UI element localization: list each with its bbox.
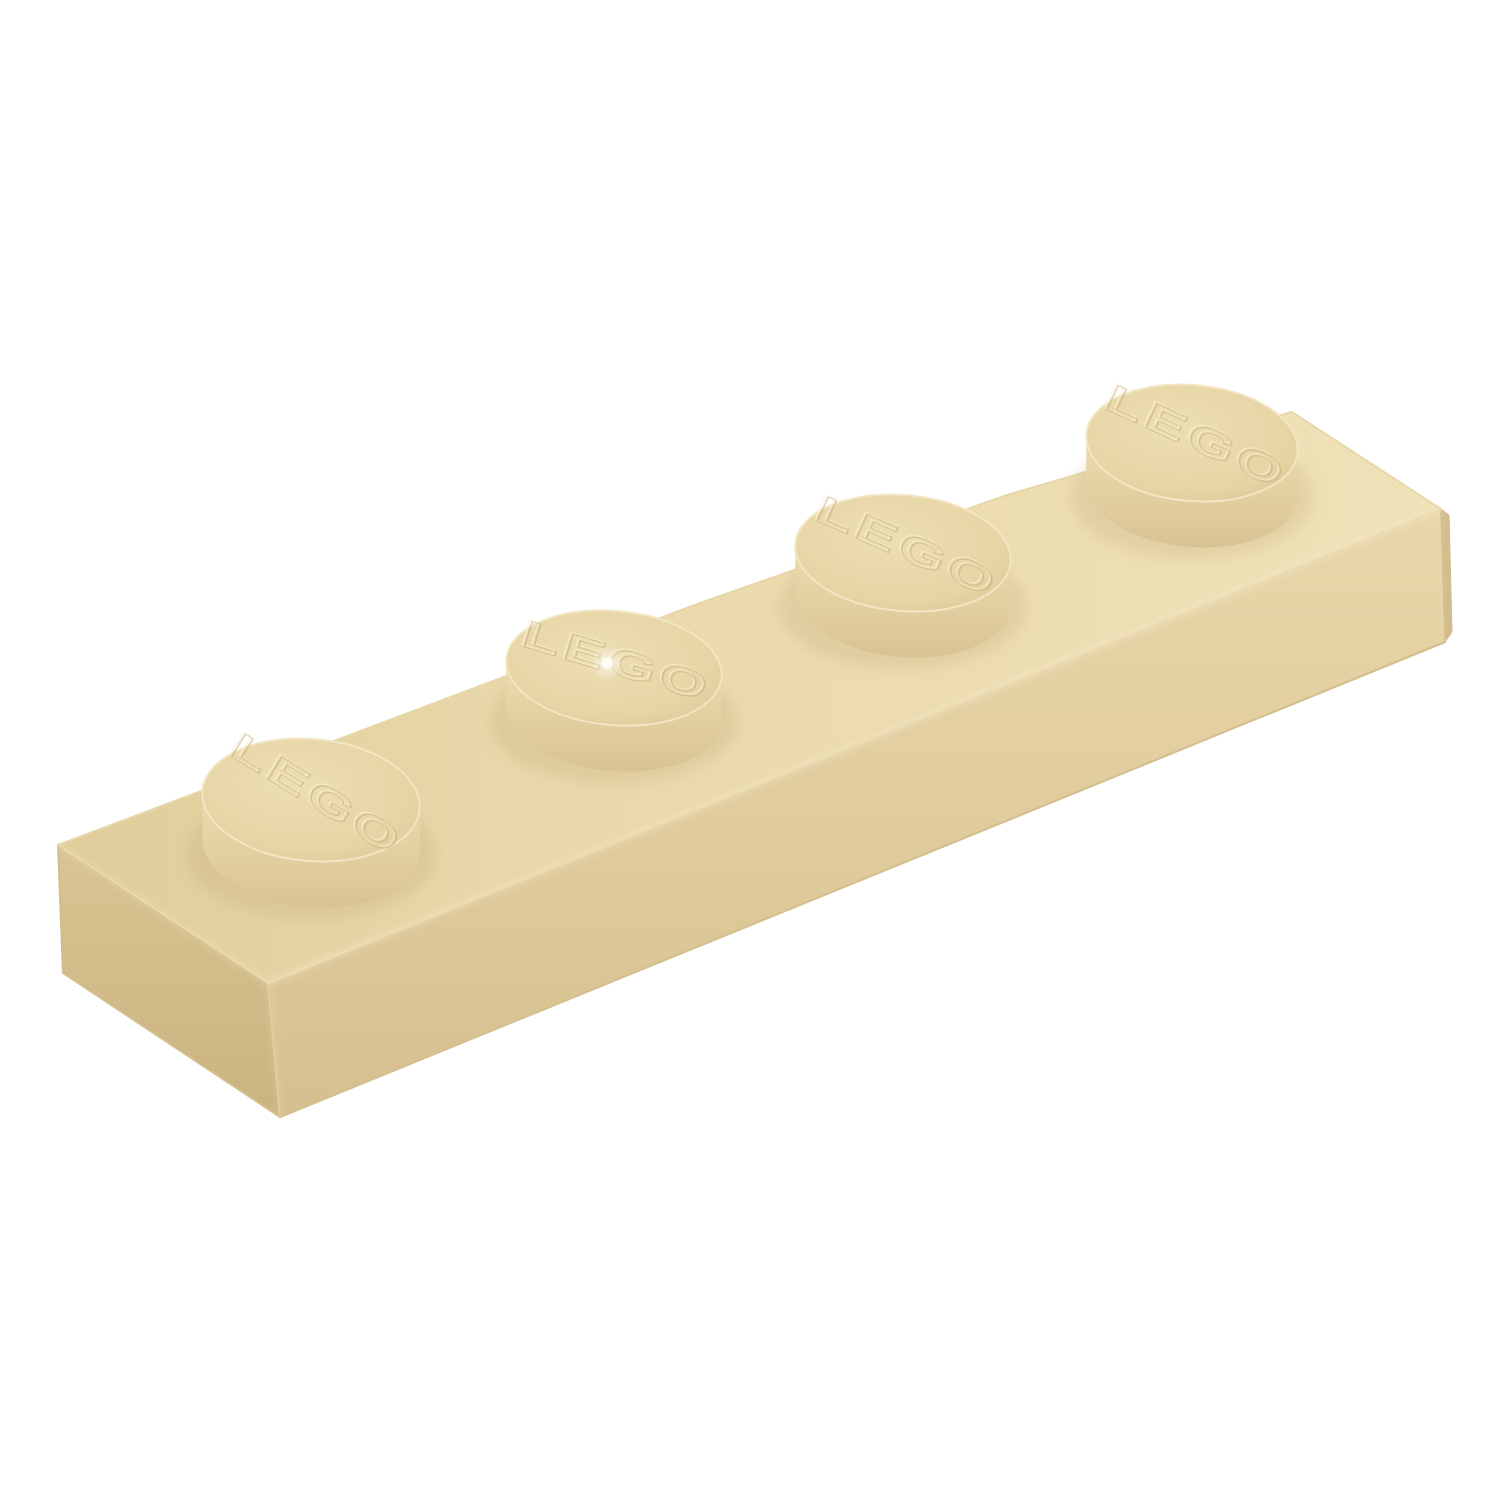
stud-speck — [601, 657, 613, 669]
lego-plate-1x4-illustration: LEGOLEGOLEGOLEGOLEGOLEGOLEGOLEGO — [0, 0, 1500, 1500]
lego-plate-product-photo: LEGOLEGOLEGOLEGOLEGOLEGOLEGOLEGO — [0, 0, 1500, 1500]
